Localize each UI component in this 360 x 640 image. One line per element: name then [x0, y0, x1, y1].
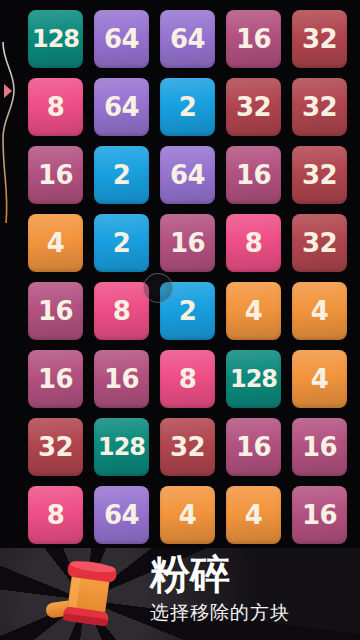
tile-r5c1[interactable]: 16	[28, 282, 83, 340]
tile-r4c5[interactable]: 32	[292, 214, 347, 272]
tile-r2c5[interactable]: 32	[292, 78, 347, 136]
chevron-right-icon[interactable]	[4, 84, 12, 98]
tile-r6c4[interactable]: 128	[226, 350, 281, 408]
tile-r4c1[interactable]: 4	[28, 214, 83, 272]
tile-r2c4[interactable]: 32	[226, 78, 281, 136]
tile-r7c3[interactable]: 32	[160, 418, 215, 476]
tile-r1c2[interactable]: 64	[94, 10, 149, 68]
tile-r8c5[interactable]: 16	[292, 486, 347, 544]
tile-r4c4[interactable]: 8	[226, 214, 281, 272]
tile-r3c4[interactable]: 16	[226, 146, 281, 204]
tile-r5c4[interactable]: 4	[226, 282, 281, 340]
tile-r3c1[interactable]: 16	[28, 146, 83, 204]
tile-r7c5[interactable]: 16	[292, 418, 347, 476]
tile-r2c1[interactable]: 8	[28, 78, 83, 136]
tool-title: 粉碎	[150, 550, 290, 598]
tile-r8c3[interactable]: 4	[160, 486, 215, 544]
tile-r6c5[interactable]: 4	[292, 350, 347, 408]
tile-r8c4[interactable]: 4	[226, 486, 281, 544]
drawer-squiggle-line	[3, 42, 14, 223]
hammer-icon[interactable]	[46, 558, 124, 636]
touch-indicator	[143, 273, 173, 303]
tile-r4c3[interactable]: 16	[160, 214, 215, 272]
tile-r1c5[interactable]: 32	[292, 10, 347, 68]
tile-r3c5[interactable]: 32	[292, 146, 347, 204]
tile-r2c3[interactable]: 2	[160, 78, 215, 136]
tile-r6c1[interactable]: 16	[28, 350, 83, 408]
tile-r2c2[interactable]: 64	[94, 78, 149, 136]
game-screen: 1286464163286423232162641632421683216824…	[0, 0, 360, 640]
tile-r7c4[interactable]: 16	[226, 418, 281, 476]
tile-r5c2[interactable]: 8	[94, 282, 149, 340]
tile-r1c4[interactable]: 16	[226, 10, 281, 68]
tool-subtitle: 选择移除的方块	[150, 600, 290, 624]
tile-r3c3[interactable]: 64	[160, 146, 215, 204]
tile-r8c1[interactable]: 8	[28, 486, 83, 544]
tile-r7c1[interactable]: 32	[28, 418, 83, 476]
board-grid: 1286464163286423232162641632421683216824…	[28, 10, 347, 544]
tile-r3c2[interactable]: 2	[94, 146, 149, 204]
tile-r1c3[interactable]: 64	[160, 10, 215, 68]
tool-text-block: 粉碎 选择移除的方块	[150, 550, 290, 624]
tile-r7c2[interactable]: 128	[94, 418, 149, 476]
tile-r5c5[interactable]: 4	[292, 282, 347, 340]
tile-r4c2[interactable]: 2	[94, 214, 149, 272]
tile-r1c1[interactable]: 128	[28, 10, 83, 68]
tile-r6c3[interactable]: 8	[160, 350, 215, 408]
tile-r6c2[interactable]: 16	[94, 350, 149, 408]
left-drawer-tab[interactable]	[0, 40, 20, 225]
tile-r8c2[interactable]: 64	[94, 486, 149, 544]
